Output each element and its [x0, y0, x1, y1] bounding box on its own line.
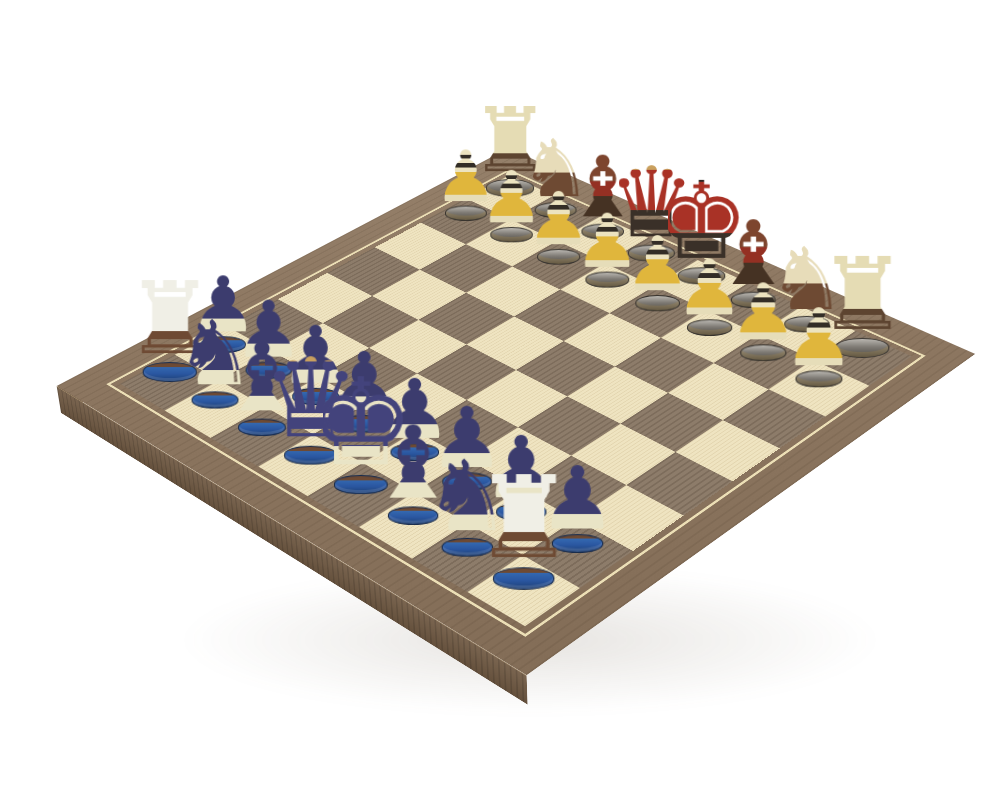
product-photo: ♜♞♝♛♚♝♞♜♟♟♟♟♟♟♟♟♟♟♟♟♟♟♟♟♜♞♝♛♚♝♞♜ — [0, 0, 1000, 800]
piece-base — [585, 272, 629, 288]
piece-base — [635, 295, 679, 311]
piece-navy-rook-h1: ♜ — [484, 462, 564, 590]
piece-pirates-pawn-h7: ♟ — [783, 298, 854, 388]
piece-base — [796, 370, 843, 387]
board-squares: ♜♞♝♛♚♝♞♜♟♟♟♟♟♟♟♟♟♟♟♟♟♟♟♟♜♞♝♛♚♝♞♜ — [120, 175, 911, 626]
piece-base — [740, 344, 786, 361]
piece-base — [687, 319, 732, 336]
pirates-pawn-icon: ♟ — [783, 298, 854, 377]
navy-rook-icon: ♜ — [473, 462, 575, 576]
piece-base — [493, 567, 554, 590]
